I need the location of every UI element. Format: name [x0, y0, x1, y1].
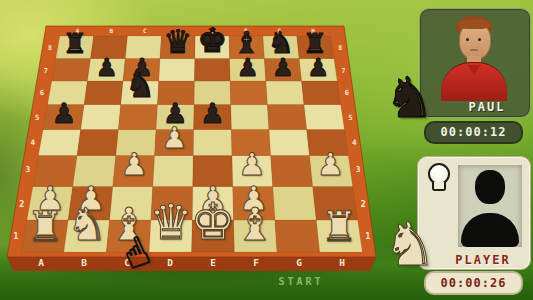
black-knight-icon: ♞	[381, 70, 437, 126]
start-button-hint: START	[256, 276, 346, 287]
player-clock: 00:00:26	[424, 271, 523, 295]
piece-black-pawn-b7[interactable]: ♟	[95, 56, 117, 81]
file-label-bottom-d: D	[167, 257, 173, 268]
portrait-mouth	[470, 49, 478, 51]
white-knight-icon: ♞	[380, 214, 440, 274]
piece-black-pawn-f7[interactable]: ♟	[236, 56, 258, 81]
portrait-eye-left	[466, 38, 469, 41]
file-label-top-c: C	[143, 27, 147, 34]
rank-label-right-1: 1	[365, 231, 370, 241]
rank-label-left-3: 3	[26, 165, 31, 174]
avatar-head	[475, 170, 505, 204]
square-b6[interactable]	[84, 81, 123, 105]
piece-black-king-e8[interactable]: ♚	[197, 24, 227, 58]
file-label-bottom-g: G	[296, 257, 302, 268]
piece-white-pawn-d4[interactable]: ♟	[161, 124, 187, 153]
avatar-shoulders	[461, 213, 519, 247]
piece-black-rook-a8[interactable]: ♜	[63, 30, 88, 58]
file-label-bottom-f: F	[253, 257, 259, 268]
piece-white-rook-a1[interactable]: ♜	[26, 206, 63, 248]
rank-label-left-8: 8	[48, 44, 52, 52]
square-b4[interactable]	[77, 130, 118, 156]
piece-white-knight-b1[interactable]: ♞	[67, 202, 107, 247]
rank-label-left-1: 1	[13, 231, 18, 241]
file-label-top-b: B	[109, 27, 113, 34]
file-label-bottom-b: B	[81, 257, 87, 268]
opponent-clock: 00:00:12	[424, 121, 523, 144]
piece-black-queen-d8[interactable]: ♛	[163, 26, 192, 58]
square-e7[interactable]	[195, 59, 231, 82]
player-avatar	[458, 165, 522, 247]
square-f6[interactable]	[230, 81, 267, 105]
rank-label-left-6: 6	[40, 88, 44, 97]
lightbulb-base	[432, 182, 446, 191]
piece-white-rook-h1[interactable]: ♜	[320, 206, 357, 248]
file-label-bottom-a: A	[38, 257, 44, 268]
lightbulb-icon	[427, 163, 453, 195]
file-label-bottom-h: H	[339, 257, 345, 268]
rank-label-left-5: 5	[35, 113, 39, 122]
piece-black-pawn-h7[interactable]: ♟	[307, 56, 329, 81]
rank-label-left-7: 7	[44, 67, 48, 75]
opponent-portrait	[440, 15, 508, 101]
piece-black-pawn-e5[interactable]: ♟	[200, 100, 225, 128]
square-h5[interactable]	[304, 105, 344, 130]
piece-white-bishop-f1[interactable]: ♝	[235, 202, 275, 247]
game-screen: AABBCCDDEEFFGGHH1122334455667788 ♜♛♚♝♞♜♟…	[0, 0, 533, 300]
rank-label-right-6: 6	[345, 88, 349, 97]
square-b5[interactable]	[81, 105, 121, 130]
piece-white-king-e1[interactable]: ♚	[190, 197, 235, 248]
square-g3[interactable]	[271, 156, 313, 187]
player-name: PLAYER	[440, 253, 526, 267]
rank-label-right-3: 3	[356, 165, 361, 174]
square-e4[interactable]	[193, 130, 232, 156]
square-f5[interactable]	[231, 105, 269, 130]
square-g5[interactable]	[267, 105, 306, 130]
square-g4[interactable]	[269, 130, 310, 156]
square-g1[interactable]	[275, 220, 320, 252]
rank-label-right-5: 5	[348, 113, 352, 122]
piece-black-pawn-g7[interactable]: ♟	[272, 56, 294, 81]
piece-black-pawn-a5[interactable]: ♟	[51, 100, 76, 128]
rank-label-right-2: 2	[361, 199, 366, 209]
square-g2[interactable]	[273, 187, 317, 221]
piece-white-pawn-c3[interactable]: ♟	[120, 149, 148, 180]
rank-label-left-2: 2	[19, 199, 24, 209]
file-label-bottom-e: E	[210, 257, 216, 268]
rank-label-left-4: 4	[31, 138, 36, 147]
piece-white-pawn-f3[interactable]: ♟	[238, 149, 266, 180]
rank-label-right-7: 7	[342, 67, 346, 75]
rank-label-right-4: 4	[352, 138, 357, 147]
piece-black-knight-c6[interactable]: ♞	[125, 69, 155, 103]
square-c5[interactable]	[118, 105, 157, 130]
board-front-edge	[7, 257, 376, 271]
rank-label-right-8: 8	[338, 44, 342, 52]
square-d3[interactable]	[153, 156, 194, 187]
square-a4[interactable]	[38, 130, 80, 156]
square-h6[interactable]	[302, 81, 341, 105]
portrait-fringe	[458, 19, 490, 29]
square-g6[interactable]	[266, 81, 304, 105]
piece-white-pawn-h3[interactable]: ♟	[317, 149, 345, 180]
opponent-name: PAUL	[450, 100, 524, 114]
square-d7[interactable]	[159, 59, 195, 82]
square-a7[interactable]	[52, 59, 91, 82]
portrait-eye-right	[478, 38, 481, 41]
